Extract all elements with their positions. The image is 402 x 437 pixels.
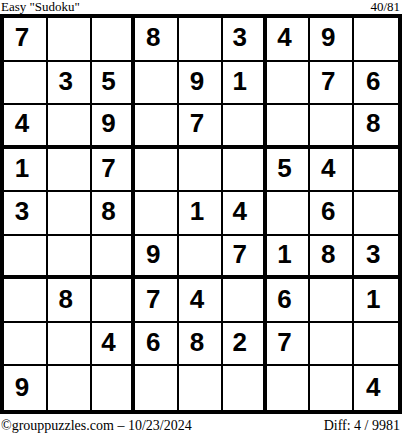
given-digit: 7	[15, 22, 29, 53]
cell-r5c4[interactable]	[135, 192, 179, 236]
cell-r1c5[interactable]	[179, 18, 223, 62]
given-digit: 4	[190, 284, 204, 315]
given-digit: 8	[366, 108, 380, 139]
given-digit: 9	[321, 22, 335, 53]
cell-r4c9[interactable]	[354, 149, 398, 193]
cell-r4c8[interactable]: 4	[310, 149, 354, 193]
cell-r5c3[interactable]: 8	[92, 192, 136, 236]
given-digit: 6	[321, 196, 335, 227]
given-digit: 1	[233, 66, 247, 97]
cell-r2c9[interactable]: 6	[354, 62, 398, 106]
given-digit: 4	[101, 327, 115, 358]
cell-r5c5[interactable]: 1	[179, 192, 223, 236]
cell-r2c7[interactable]	[267, 62, 311, 106]
given-digit: 7	[321, 66, 335, 97]
given-digit: 8	[190, 327, 204, 358]
cell-r6c2[interactable]	[48, 236, 92, 280]
given-digit: 7	[101, 153, 115, 184]
cell-r9c6[interactable]	[223, 366, 267, 410]
cell-r3c3[interactable]: 9	[92, 105, 136, 149]
cell-r1c8[interactable]: 9	[310, 18, 354, 62]
cell-r6c7[interactable]: 1	[267, 236, 311, 280]
cell-r3c4[interactable]	[135, 105, 179, 149]
given-digit: 9	[101, 108, 115, 139]
cell-r2c1[interactable]	[4, 62, 48, 106]
footer: ©grouppuzzles.com – 10/23/2024 Diff: 4 /…	[0, 414, 402, 437]
cell-r2c2[interactable]: 3	[48, 62, 92, 106]
given-digit: 5	[277, 153, 291, 184]
cell-r4c1[interactable]: 1	[4, 149, 48, 193]
cell-r6c4[interactable]: 9	[135, 236, 179, 280]
given-digit: 6	[366, 66, 380, 97]
cell-r9c8[interactable]	[310, 366, 354, 410]
cell-r3c6[interactable]	[223, 105, 267, 149]
cell-r2c4[interactable]	[135, 62, 179, 106]
given-digit: 3	[58, 66, 72, 97]
given-digit: 4	[277, 22, 291, 53]
cell-r4c2[interactable]	[48, 149, 92, 193]
given-digit: 9	[15, 372, 29, 403]
cell-r8c7[interactable]: 7	[267, 323, 311, 367]
cell-r6c3[interactable]	[92, 236, 136, 280]
cell-r4c3[interactable]: 7	[92, 149, 136, 193]
cell-r6c6[interactable]: 7	[223, 236, 267, 280]
cell-r5c6[interactable]: 4	[223, 192, 267, 236]
cell-r9c5[interactable]	[179, 366, 223, 410]
given-digit: 4	[366, 372, 380, 403]
cell-r6c9[interactable]: 3	[354, 236, 398, 280]
cell-r9c1[interactable]: 9	[4, 366, 48, 410]
cell-r7c9[interactable]: 1	[354, 279, 398, 323]
given-digit: 1	[15, 153, 29, 184]
cell-r3c8[interactable]	[310, 105, 354, 149]
cell-r7c1[interactable]	[4, 279, 48, 323]
given-digit: 1	[277, 239, 291, 270]
givens-counter: 40/81	[370, 0, 400, 13]
cell-r2c8[interactable]: 7	[310, 62, 354, 106]
given-digit: 6	[146, 327, 160, 358]
cell-r4c7[interactable]: 5	[267, 149, 311, 193]
sudoku-board: 7834935917649781754381469718387461468279…	[0, 14, 402, 414]
given-digit: 3	[15, 196, 29, 227]
cell-r3c9[interactable]: 8	[354, 105, 398, 149]
cell-r2c5[interactable]: 9	[179, 62, 223, 106]
given-digit: 9	[190, 66, 204, 97]
given-digit: 9	[146, 239, 160, 270]
cell-r8c3[interactable]: 4	[92, 323, 136, 367]
given-digit: 4	[321, 153, 335, 184]
cell-r9c2[interactable]	[48, 366, 92, 410]
cell-r7c8[interactable]	[310, 279, 354, 323]
given-digit: 8	[101, 196, 115, 227]
copyright-credit: ©grouppuzzles.com – 10/23/2024	[1, 418, 192, 433]
cell-r8c1[interactable]	[4, 323, 48, 367]
given-digit: 4	[233, 196, 247, 227]
given-digit: 7	[277, 327, 291, 358]
cell-r7c5[interactable]: 4	[179, 279, 223, 323]
sudoku-page: Easy "Sudoku" 40/81 78349359176497817543…	[0, 0, 402, 437]
cell-r8c6[interactable]: 2	[223, 323, 267, 367]
cell-r1c9[interactable]	[354, 18, 398, 62]
cell-r1c6[interactable]: 3	[223, 18, 267, 62]
given-digit: 1	[366, 284, 380, 315]
cell-r9c3[interactable]	[92, 366, 136, 410]
cell-r8c9[interactable]	[354, 323, 398, 367]
cell-r7c2[interactable]: 8	[48, 279, 92, 323]
cell-r9c7[interactable]	[267, 366, 311, 410]
given-digit: 3	[233, 22, 247, 53]
cell-r8c8[interactable]	[310, 323, 354, 367]
cell-r5c8[interactable]: 6	[310, 192, 354, 236]
cell-r1c7[interactable]: 4	[267, 18, 311, 62]
given-digit: 7	[190, 108, 204, 139]
puzzle-title: Easy "Sudoku"	[1, 0, 80, 13]
header: Easy "Sudoku" 40/81	[0, 0, 402, 14]
cell-r9c4[interactable]	[135, 366, 179, 410]
cell-r3c2[interactable]	[48, 105, 92, 149]
cell-r5c1[interactable]: 3	[4, 192, 48, 236]
cell-r1c2[interactable]	[48, 18, 92, 62]
given-digit: 3	[366, 239, 380, 270]
given-digit: 5	[101, 66, 115, 97]
cell-r4c5[interactable]	[179, 149, 223, 193]
cell-r7c6[interactable]	[223, 279, 267, 323]
difficulty-label: Diff: 4 / 9981	[324, 418, 400, 433]
cell-r1c3[interactable]	[92, 18, 136, 62]
given-digit: 2	[233, 327, 247, 358]
cell-r3c5[interactable]: 7	[179, 105, 223, 149]
cell-r2c6[interactable]: 1	[223, 62, 267, 106]
given-digit: 6	[277, 284, 291, 315]
cell-r7c4[interactable]: 7	[135, 279, 179, 323]
given-digit: 8	[58, 284, 72, 315]
cell-r2c3[interactable]: 5	[92, 62, 136, 106]
cell-r1c4[interactable]: 8	[135, 18, 179, 62]
cell-r6c1[interactable]	[4, 236, 48, 280]
cell-r5c7[interactable]	[267, 192, 311, 236]
cell-r7c7[interactable]: 6	[267, 279, 311, 323]
cell-r5c9[interactable]	[354, 192, 398, 236]
cell-r5c2[interactable]	[48, 192, 92, 236]
cell-r4c6[interactable]	[223, 149, 267, 193]
cell-r8c4[interactable]: 6	[135, 323, 179, 367]
given-digit: 8	[146, 22, 160, 53]
cell-r6c8[interactable]: 8	[310, 236, 354, 280]
cell-r3c7[interactable]	[267, 105, 311, 149]
given-digit: 7	[146, 284, 160, 315]
cell-r7c3[interactable]	[92, 279, 136, 323]
given-digit: 7	[233, 239, 247, 270]
cell-r9c9[interactable]: 4	[354, 366, 398, 410]
cell-r8c5[interactable]: 8	[179, 323, 223, 367]
given-digit: 4	[15, 108, 29, 139]
cell-r8c2[interactable]	[48, 323, 92, 367]
cell-r1c1[interactable]: 7	[4, 18, 48, 62]
given-digit: 8	[321, 239, 335, 270]
cell-r6c5[interactable]	[179, 236, 223, 280]
cell-r3c1[interactable]: 4	[4, 105, 48, 149]
given-digit: 1	[190, 196, 204, 227]
cell-r4c4[interactable]	[135, 149, 179, 193]
